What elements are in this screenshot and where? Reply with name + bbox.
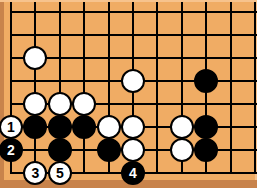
go-stone-black	[194, 115, 218, 139]
go-board: 12354	[0, 0, 257, 188]
go-stone-black	[48, 115, 72, 139]
go-stone-black	[23, 115, 47, 139]
go-stone-white: 1	[0, 115, 23, 139]
stone-number: 2	[7, 143, 15, 157]
stone-number: 3	[31, 166, 39, 180]
go-stone-white	[121, 138, 145, 162]
stones-layer: 12354	[0, 0, 257, 188]
go-stone-black: 4	[121, 161, 145, 185]
go-stone-white	[121, 69, 145, 93]
go-stone-white	[170, 138, 194, 162]
go-stone-black	[72, 115, 96, 139]
go-stone-white	[97, 115, 121, 139]
go-stone-black	[48, 138, 72, 162]
go-stone-white	[23, 92, 47, 116]
go-stone-black	[194, 69, 218, 93]
go-stone-white	[170, 115, 194, 139]
stone-number: 5	[56, 166, 64, 180]
stone-number: 4	[129, 166, 137, 180]
go-stone-white	[23, 46, 47, 70]
go-stone-black	[194, 138, 218, 162]
go-stone-white	[48, 92, 72, 116]
go-stone-white: 3	[23, 161, 47, 185]
go-stone-white	[121, 115, 145, 139]
go-stone-black: 2	[0, 138, 23, 162]
go-stone-white	[72, 92, 96, 116]
go-stone-black	[97, 138, 121, 162]
go-stone-white: 5	[48, 161, 72, 185]
stone-number: 1	[7, 120, 15, 134]
